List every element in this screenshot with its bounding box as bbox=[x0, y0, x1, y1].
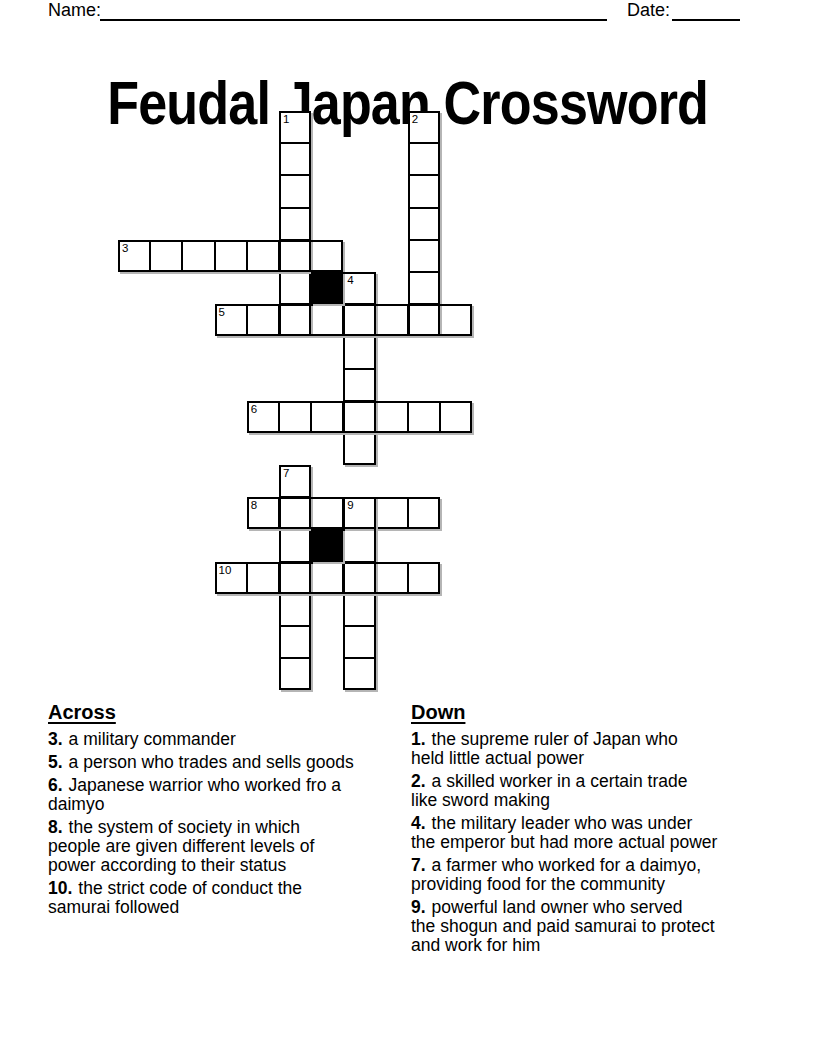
date-field-label: Date: bbox=[627, 1, 670, 19]
word-outline-10-across: 10 bbox=[215, 562, 440, 594]
clue-text: a farmer who worked for a daimyo, provid… bbox=[411, 855, 701, 894]
clue-number: 1. bbox=[411, 729, 426, 749]
black-cell bbox=[311, 272, 343, 304]
across-clues-section: Across 3.a military commander 5.a person… bbox=[48, 701, 406, 921]
grid-number-2: 2 bbox=[412, 113, 418, 125]
clue-text: the supreme ruler of Japan who held litt… bbox=[411, 729, 678, 768]
name-field-label: Name: bbox=[48, 1, 101, 19]
clue-across-3: 3.a military commander bbox=[48, 730, 406, 749]
clue-text: a skilled worker in a certain trade like… bbox=[411, 771, 687, 810]
clue-number: 9. bbox=[411, 897, 426, 917]
grid-number-10: 10 bbox=[219, 564, 232, 576]
crossword-board: 12345678910 bbox=[118, 111, 472, 690]
grid-number-8: 8 bbox=[251, 499, 257, 511]
grid-number-3: 3 bbox=[122, 242, 128, 254]
clue-down-4: 4.the military leader who was under the … bbox=[411, 814, 783, 852]
clue-text: the military leader who was under the em… bbox=[411, 813, 717, 852]
clue-number: 5. bbox=[48, 752, 63, 772]
clue-text: the system of society in which people ar… bbox=[48, 817, 314, 875]
clue-number: 4. bbox=[411, 813, 426, 833]
clue-down-7: 7.a farmer who worked for a daimyo, prov… bbox=[411, 856, 783, 894]
grid-number-1: 1 bbox=[283, 113, 289, 125]
clue-across-6: 6.Japanese warrior who worked fro a daim… bbox=[48, 776, 406, 814]
grid-number-4: 4 bbox=[347, 274, 353, 286]
grid-number-9: 9 bbox=[347, 499, 353, 511]
clue-number: 6. bbox=[48, 775, 63, 795]
clue-text: the strict code of conduct the samurai f… bbox=[48, 878, 302, 917]
clue-across-8: 8.the system of society in which people … bbox=[48, 818, 406, 875]
down-heading: Down bbox=[411, 701, 783, 724]
name-write-line[interactable] bbox=[100, 0, 607, 21]
clue-number: 10. bbox=[48, 878, 72, 898]
grid-number-5: 5 bbox=[219, 306, 225, 318]
clue-text: Japanese warrior who worked fro a daimyo bbox=[48, 775, 341, 814]
clue-number: 7. bbox=[411, 855, 426, 875]
clue-text: a military commander bbox=[69, 729, 236, 749]
word-outline-3-across: 3 bbox=[118, 240, 343, 272]
grid-number-7: 7 bbox=[283, 467, 289, 479]
clue-down-1: 1.the supreme ruler of Japan who held li… bbox=[411, 730, 783, 768]
clue-number: 3. bbox=[48, 729, 63, 749]
black-cell bbox=[311, 529, 343, 561]
word-outline-2-down: 2 bbox=[408, 111, 440, 336]
word-outline-4-down: 4 bbox=[343, 272, 375, 465]
date-write-line[interactable] bbox=[672, 0, 740, 21]
clue-text: a person who trades and sells goods bbox=[69, 752, 354, 772]
across-heading: Across bbox=[48, 701, 406, 724]
clue-down-2: 2.a skilled worker in a certain trade li… bbox=[411, 772, 783, 810]
clue-down-9: 9.powerful land owner who served the sho… bbox=[411, 898, 783, 955]
word-outline-9-down: 9 bbox=[343, 497, 375, 690]
grid-number-6: 6 bbox=[251, 403, 257, 415]
clue-across-10: 10.the strict code of conduct the samura… bbox=[48, 879, 406, 917]
clue-number: 2. bbox=[411, 771, 426, 791]
worksheet-page: Name: Date: Feudal Japan Crossword 12345… bbox=[0, 0, 816, 1056]
clue-text: powerful land owner who served the shogu… bbox=[411, 897, 715, 955]
word-outline-6-across: 6 bbox=[247, 401, 472, 433]
clue-number: 8. bbox=[48, 817, 63, 837]
down-clues-section: Down 1.the supreme ruler of Japan who he… bbox=[411, 701, 783, 959]
word-outline-5-across: 5 bbox=[215, 304, 473, 336]
clue-across-5: 5.a person who trades and sells goods bbox=[48, 753, 406, 772]
word-outline-1-down: 1 bbox=[279, 111, 311, 336]
